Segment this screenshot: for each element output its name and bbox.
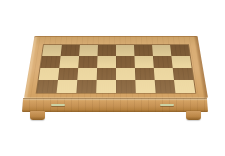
board-square — [173, 68, 194, 80]
board-square — [96, 80, 116, 93]
brass-hinge-left — [51, 104, 65, 106]
board-square — [135, 68, 155, 80]
board-square — [134, 56, 153, 68]
board-square — [97, 68, 116, 80]
board-square — [59, 56, 79, 68]
board-square — [76, 80, 96, 93]
board-square — [152, 45, 171, 56]
board-square — [39, 68, 60, 80]
board-front-apron — [22, 98, 208, 112]
board-square — [153, 56, 173, 68]
board-square — [37, 80, 58, 93]
board-square — [77, 68, 97, 80]
board-foot-right — [186, 111, 201, 120]
brass-hinge-right — [160, 104, 174, 106]
board-square — [61, 45, 80, 56]
board-square — [98, 45, 116, 56]
board-square — [116, 56, 135, 68]
board-square — [170, 45, 190, 56]
board-square — [79, 45, 98, 56]
board-square — [135, 80, 155, 93]
board-square — [116, 80, 136, 93]
board-square — [116, 45, 134, 56]
board-square — [154, 68, 174, 80]
board-square — [58, 68, 78, 80]
board-square — [42, 45, 62, 56]
board-square — [134, 45, 153, 56]
chessboard-top-face — [24, 36, 208, 98]
board-foot-left — [30, 111, 45, 120]
board-square — [97, 56, 116, 68]
board-square — [40, 56, 60, 68]
apron-top-lip — [22, 98, 208, 100]
board-square — [116, 68, 135, 80]
board-square — [57, 80, 78, 93]
board-square — [78, 56, 97, 68]
board-square — [171, 56, 191, 68]
board-square — [174, 80, 195, 93]
product-photo-stage — [0, 0, 225, 156]
checkerboard-grid — [37, 45, 196, 93]
board-square — [155, 80, 176, 93]
